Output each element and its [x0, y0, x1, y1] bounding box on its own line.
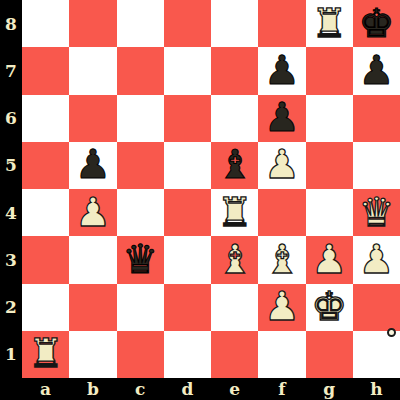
- square-f5[interactable]: ♟: [258, 142, 305, 189]
- file-label-f: f: [258, 378, 305, 400]
- rank-label-5: 5: [0, 142, 22, 189]
- square-b7[interactable]: [69, 47, 116, 94]
- square-d4[interactable]: [164, 189, 211, 236]
- square-g3[interactable]: ♟: [306, 236, 353, 283]
- rank-label-1: 1: [0, 331, 22, 378]
- square-e5[interactable]: ♝: [211, 142, 258, 189]
- square-a6[interactable]: [22, 95, 69, 142]
- square-h2[interactable]: [353, 284, 400, 331]
- square-f1[interactable]: [258, 331, 305, 378]
- square-f2[interactable]: ♟: [258, 284, 305, 331]
- rank-coordinates: 87654321: [0, 0, 22, 378]
- white-bishop-f3[interactable]: ♝: [264, 239, 300, 279]
- square-h8[interactable]: ♚: [353, 0, 400, 47]
- rank-label-8: 8: [0, 0, 22, 47]
- square-b2[interactable]: [69, 284, 116, 331]
- square-d3[interactable]: [164, 236, 211, 283]
- square-g1[interactable]: [306, 331, 353, 378]
- black-queen-c3[interactable]: ♛: [122, 239, 158, 279]
- square-e8[interactable]: [211, 0, 258, 47]
- square-b8[interactable]: [69, 0, 116, 47]
- square-c4[interactable]: [117, 189, 164, 236]
- white-pawn-h3[interactable]: ♟: [358, 239, 394, 279]
- square-e3[interactable]: ♝: [211, 236, 258, 283]
- white-king-g2[interactable]: ♚: [311, 286, 347, 326]
- square-a4[interactable]: [22, 189, 69, 236]
- square-h1[interactable]: [353, 331, 400, 378]
- white-queen-h4[interactable]: ♛: [358, 192, 394, 232]
- hint-marker: [387, 328, 396, 337]
- square-h3[interactable]: ♟: [353, 236, 400, 283]
- black-pawn-f7[interactable]: ♟: [264, 50, 300, 90]
- square-d2[interactable]: [164, 284, 211, 331]
- square-a5[interactable]: [22, 142, 69, 189]
- black-pawn-h7[interactable]: ♟: [358, 50, 394, 90]
- file-label-e: e: [211, 378, 258, 400]
- file-label-b: b: [69, 378, 116, 400]
- square-d6[interactable]: [164, 95, 211, 142]
- square-a3[interactable]: [22, 236, 69, 283]
- white-pawn-b4[interactable]: ♟: [75, 192, 111, 232]
- white-rook-a1[interactable]: ♜: [28, 333, 64, 373]
- square-e7[interactable]: [211, 47, 258, 94]
- white-bishop-e3[interactable]: ♝: [217, 239, 253, 279]
- square-c1[interactable]: [117, 331, 164, 378]
- rank-label-3: 3: [0, 236, 22, 283]
- square-f3[interactable]: ♝: [258, 236, 305, 283]
- square-c3[interactable]: ♛: [117, 236, 164, 283]
- square-f8[interactable]: [258, 0, 305, 47]
- square-e6[interactable]: [211, 95, 258, 142]
- square-e4[interactable]: ♜: [211, 189, 258, 236]
- file-coordinates: abcdefgh: [22, 378, 400, 400]
- file-label-a: a: [22, 378, 69, 400]
- rank-label-2: 2: [0, 284, 22, 331]
- black-pawn-f6[interactable]: ♟: [264, 97, 300, 137]
- square-d8[interactable]: [164, 0, 211, 47]
- square-d7[interactable]: [164, 47, 211, 94]
- white-pawn-f2[interactable]: ♟: [264, 286, 300, 326]
- rank-label-6: 6: [0, 95, 22, 142]
- square-h7[interactable]: ♟: [353, 47, 400, 94]
- white-pawn-g3[interactable]: ♟: [311, 239, 347, 279]
- square-c2[interactable]: [117, 284, 164, 331]
- rank-label-4: 4: [0, 189, 22, 236]
- square-h6[interactable]: [353, 95, 400, 142]
- white-rook-g8[interactable]: ♜: [311, 3, 347, 43]
- square-g7[interactable]: [306, 47, 353, 94]
- square-f6[interactable]: ♟: [258, 95, 305, 142]
- square-d1[interactable]: [164, 331, 211, 378]
- square-b5[interactable]: ♟: [69, 142, 116, 189]
- square-c6[interactable]: [117, 95, 164, 142]
- square-b1[interactable]: [69, 331, 116, 378]
- square-a2[interactable]: [22, 284, 69, 331]
- black-pawn-b5[interactable]: ♟: [75, 144, 111, 184]
- square-g2[interactable]: ♚: [306, 284, 353, 331]
- square-d5[interactable]: [164, 142, 211, 189]
- square-b4[interactable]: ♟: [69, 189, 116, 236]
- square-g4[interactable]: [306, 189, 353, 236]
- square-b3[interactable]: [69, 236, 116, 283]
- square-f7[interactable]: ♟: [258, 47, 305, 94]
- square-e1[interactable]: [211, 331, 258, 378]
- square-e2[interactable]: [211, 284, 258, 331]
- square-g5[interactable]: [306, 142, 353, 189]
- chess-board: ♜♚♟♟♟♟♝♟♟♜♛♛♝♝♟♟♟♚♜: [22, 0, 400, 378]
- white-pawn-f5[interactable]: ♟: [264, 144, 300, 184]
- file-label-g: g: [306, 378, 353, 400]
- square-a7[interactable]: [22, 47, 69, 94]
- square-g6[interactable]: [306, 95, 353, 142]
- square-c8[interactable]: [117, 0, 164, 47]
- square-c7[interactable]: [117, 47, 164, 94]
- square-c5[interactable]: [117, 142, 164, 189]
- square-g8[interactable]: ♜: [306, 0, 353, 47]
- white-rook-e4[interactable]: ♜: [217, 192, 253, 232]
- chess-board-scene: ♜♚♟♟♟♟♝♟♟♜♛♛♝♝♟♟♟♚♜ 87654321 abcdefgh: [0, 0, 400, 400]
- square-h5[interactable]: [353, 142, 400, 189]
- square-b6[interactable]: [69, 95, 116, 142]
- square-a8[interactable]: [22, 0, 69, 47]
- square-a1[interactable]: ♜: [22, 331, 69, 378]
- black-bishop-e5[interactable]: ♝: [217, 144, 253, 184]
- file-label-d: d: [164, 378, 211, 400]
- file-label-c: c: [117, 378, 164, 400]
- square-h4[interactable]: ♛: [353, 189, 400, 236]
- file-label-h: h: [353, 378, 400, 400]
- rank-label-7: 7: [0, 47, 22, 94]
- square-f4[interactable]: [258, 189, 305, 236]
- black-king-h8[interactable]: ♚: [358, 3, 394, 43]
